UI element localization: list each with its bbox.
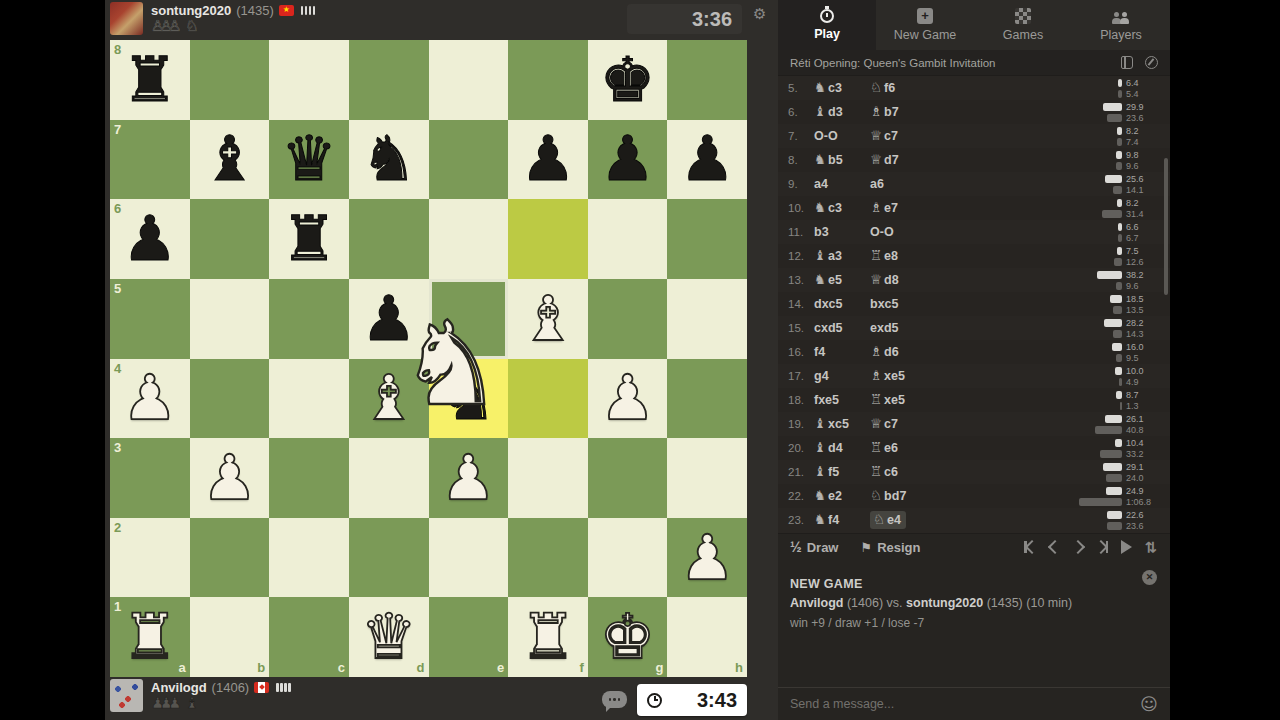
- file-label: g: [655, 660, 663, 675]
- move-text: bd7: [884, 489, 906, 503]
- square-h7[interactable]: ♟: [667, 120, 747, 200]
- white-move-link[interactable]: ♞c3: [814, 81, 842, 95]
- square-c4[interactable]: [269, 359, 349, 439]
- move-time: 6.7: [1126, 233, 1139, 243]
- square-f3[interactable]: [508, 438, 588, 518]
- square-d1[interactable]: ♛d: [349, 597, 429, 677]
- black-move: ♘bd7: [870, 489, 1000, 503]
- move-time: 38.2: [1126, 270, 1144, 280]
- white-move-link[interactable]: ♝xc5: [814, 417, 849, 431]
- black-move-link[interactable]: O-O: [870, 225, 894, 239]
- piece-figurine-icon: ♗: [870, 105, 882, 119]
- white-move: ♞f4: [814, 513, 870, 527]
- opening-book-icon[interactable]: [1121, 56, 1133, 69]
- square-b2[interactable]: [190, 518, 270, 598]
- square-c8[interactable]: [269, 40, 349, 120]
- tab-play[interactable]: Play: [778, 0, 876, 50]
- square-h8[interactable]: [667, 40, 747, 120]
- piece-figurine-icon: ♗: [870, 369, 882, 383]
- square-b5[interactable]: [190, 279, 270, 359]
- tab-games[interactable]: Games: [974, 0, 1072, 50]
- white-move-link[interactable]: ♝d3: [814, 105, 843, 119]
- move-text: e8: [884, 249, 898, 263]
- top-player-name[interactable]: sontung2020: [151, 3, 231, 18]
- white-move-link[interactable]: O-O: [814, 129, 838, 143]
- white-pawn[interactable]: ♟: [600, 367, 656, 429]
- black-pawn[interactable]: ♟: [520, 128, 576, 190]
- move-row: 19.♝xc5♕c726.140.8: [778, 412, 1170, 436]
- black-move-link[interactable]: ♘bd7: [870, 489, 906, 503]
- message-input[interactable]: Send a message...: [790, 697, 1140, 711]
- piece-figurine-icon: ♕: [870, 129, 882, 143]
- square-g3[interactable]: [588, 438, 668, 518]
- move-number: 18.: [788, 394, 814, 406]
- file-label: b: [257, 660, 265, 675]
- square-f1[interactable]: ♜f: [508, 597, 588, 677]
- square-a6[interactable]: ♟6: [110, 199, 190, 279]
- black-pawn[interactable]: ♟: [600, 128, 656, 190]
- black-move-link[interactable]: ♘f6: [870, 81, 895, 95]
- move-time-bar: [1103, 103, 1122, 111]
- piece-figurine-icon: ♖: [870, 393, 882, 407]
- square-d2[interactable]: [349, 518, 429, 598]
- white-queen[interactable]: ♛: [361, 606, 417, 668]
- move-time-bar: [1106, 487, 1122, 495]
- white-pawn[interactable]: ♟: [441, 447, 497, 509]
- square-d3[interactable]: [349, 438, 429, 518]
- move-text: f4: [814, 345, 825, 359]
- white-move-link[interactable]: b3: [814, 225, 829, 239]
- move-time: 14.3: [1126, 329, 1144, 339]
- square-g5[interactable]: [588, 279, 668, 359]
- white-move-link[interactable]: ♞c3: [814, 201, 842, 215]
- square-g4[interactable]: ♟: [588, 359, 668, 439]
- white-king[interactable]: ♚: [600, 606, 656, 668]
- white-move: ♝xc5: [814, 417, 870, 431]
- square-g8[interactable]: ♚: [588, 40, 668, 120]
- square-f7[interactable]: ♟: [508, 120, 588, 200]
- move-time: 8.2: [1126, 126, 1139, 136]
- move-row: 22.♞e2♘bd724.91:06.8: [778, 484, 1170, 508]
- new-game-heading: NEW GAME: [790, 575, 1158, 594]
- square-a4[interactable]: ♟4: [110, 359, 190, 439]
- black-move-link[interactable]: ♖e6: [870, 441, 898, 455]
- black-move-link[interactable]: ♖xe5: [870, 393, 905, 407]
- canada-flag-icon: [254, 682, 269, 693]
- square-d6[interactable]: [349, 199, 429, 279]
- piece-figurine-icon: ♘: [870, 489, 882, 503]
- move-time: 31.4: [1126, 209, 1144, 219]
- black-bishop[interactable]: ♝: [202, 128, 258, 190]
- square-d4[interactable]: ♝: [349, 359, 429, 439]
- white-pawn[interactable]: ♟: [202, 447, 258, 509]
- square-e3[interactable]: ♟: [429, 438, 509, 518]
- white-move: ♞e5: [814, 273, 870, 287]
- move-row: 18.fxe5♖xe58.71.3: [778, 388, 1170, 412]
- move-text: xc5: [828, 417, 849, 431]
- square-d5[interactable]: ♟: [349, 279, 429, 359]
- white-bishop[interactable]: ♝: [361, 367, 417, 429]
- move-text: f4: [828, 513, 839, 527]
- move-number: 10.: [788, 202, 814, 214]
- rank-label: 7: [114, 122, 121, 137]
- move-time-bar: [1118, 234, 1122, 242]
- bottom-player-name[interactable]: Anvilogd: [151, 680, 207, 695]
- black-rook[interactable]: ♜: [122, 49, 178, 111]
- square-e4[interactable]: ♞: [429, 359, 509, 439]
- square-f6[interactable]: [508, 199, 588, 279]
- go-to-end-button[interactable]: [1096, 541, 1109, 553]
- square-e6[interactable]: [429, 199, 509, 279]
- top-player-bar: sontung2020 (1435) ★ ♙♙♙♘: [110, 2, 315, 35]
- chat-disabled-icon[interactable]: ✕: [1142, 570, 1157, 585]
- move-row: 10.♞c3♗e78.231.4: [778, 196, 1170, 220]
- piece-figurine-icon: ♕: [870, 153, 882, 167]
- file-label: h: [735, 660, 743, 675]
- white-move: cxd5: [814, 321, 870, 335]
- move-time: 18.5: [1126, 294, 1144, 304]
- white-move-link[interactable]: ♞f4: [814, 513, 839, 527]
- square-b6[interactable]: [190, 199, 270, 279]
- move-time: 22.6: [1126, 510, 1144, 520]
- move-text: c7: [884, 129, 898, 143]
- white-move-link[interactable]: cxd5: [814, 321, 843, 335]
- black-rook[interactable]: ♜: [281, 208, 337, 270]
- move-time-bar: [1107, 522, 1122, 530]
- black-move-link[interactable]: ♖c6: [870, 465, 898, 479]
- move-text: a6: [870, 177, 884, 191]
- rank-label: 1: [114, 599, 121, 614]
- square-b3[interactable]: ♟: [190, 438, 270, 518]
- square-g7[interactable]: ♟: [588, 120, 668, 200]
- black-knight[interactable]: ♞: [361, 128, 417, 190]
- move-time: 16.0: [1126, 342, 1144, 352]
- move-time-bar: [1113, 306, 1122, 314]
- piece-figurine-icon: ♝: [814, 441, 826, 455]
- opening-row: Réti Opening: Queen's Gambit Invitation: [778, 50, 1170, 76]
- square-f8[interactable]: [508, 40, 588, 120]
- square-g1[interactable]: ♚g: [588, 597, 668, 677]
- move-time: 40.8: [1126, 425, 1144, 435]
- move-row: 16.f4♗d616.09.5: [778, 340, 1170, 364]
- white-move: a4: [814, 177, 870, 191]
- black-move-link[interactable]: ♕d8: [870, 273, 899, 287]
- black-move: ♖e6: [870, 441, 1000, 455]
- black-move-link[interactable]: exd5: [870, 321, 899, 335]
- move-time-bar: [1117, 247, 1122, 255]
- plus-square-icon: +: [917, 8, 933, 24]
- black-move-link[interactable]: bxc5: [870, 297, 899, 311]
- resign-button[interactable]: ⚑ Resign: [860, 540, 920, 555]
- move-text: a3: [828, 249, 842, 263]
- move-time-bar: [1115, 439, 1122, 447]
- square-e5[interactable]: [429, 279, 509, 359]
- move-text: g4: [814, 369, 829, 383]
- message-bar: Send a message... ☺: [778, 687, 1170, 720]
- bottom-player-bar: Anvilogd (1406) ♟♟♟♝: [110, 679, 291, 712]
- white-move: g4: [814, 369, 870, 383]
- current-move[interactable]: ♘e4: [870, 511, 906, 529]
- black-king[interactable]: ♚: [600, 49, 656, 111]
- square-a7[interactable]: 7: [110, 120, 190, 200]
- white-move-link[interactable]: ♝a3: [814, 249, 842, 263]
- move-time-bar: [1117, 127, 1122, 135]
- move-text: d4: [828, 441, 843, 455]
- white-move: ♞b5: [814, 153, 870, 167]
- move-text: O-O: [870, 225, 894, 239]
- move-time-bar: [1116, 162, 1122, 170]
- move-time-bar: [1105, 415, 1122, 423]
- white-pawn[interactable]: ♟: [122, 367, 178, 429]
- move-time: 9.8: [1126, 150, 1139, 160]
- next-move-button[interactable]: [1073, 542, 1083, 552]
- move-text: f5: [828, 465, 839, 479]
- square-e2[interactable]: [429, 518, 509, 598]
- move-text: e6: [884, 441, 898, 455]
- square-a2[interactable]: 2: [110, 518, 190, 598]
- move-text: c6: [884, 465, 898, 479]
- square-a1[interactable]: ♜1a: [110, 597, 190, 677]
- white-move-link[interactable]: ♞b5: [814, 153, 843, 167]
- black-pawn[interactable]: ♟: [361, 288, 417, 350]
- piece-figurine-icon: ♝: [814, 417, 826, 431]
- piece-figurine-icon: ♗: [870, 201, 882, 215]
- black-pawn[interactable]: ♟: [122, 208, 178, 270]
- move-number: 22.: [788, 490, 814, 502]
- black-move: ♘e4: [870, 511, 1000, 529]
- move-text: fxe5: [814, 393, 839, 407]
- black-move-link[interactable]: ♕c7: [870, 417, 898, 431]
- move-time: 12.6: [1126, 257, 1144, 267]
- square-c1[interactable]: c: [269, 597, 349, 677]
- white-move: ♞c3: [814, 81, 870, 95]
- square-h1[interactable]: h: [667, 597, 747, 677]
- move-text: xe5: [884, 393, 905, 407]
- move-time-bar: [1117, 138, 1122, 146]
- square-b4[interactable]: [190, 359, 270, 439]
- move-number: 15.: [788, 322, 814, 334]
- move-time-bar: [1105, 175, 1122, 183]
- game-controls: ½ Draw ⚑ Resign ⇄: [778, 533, 1170, 560]
- bottom-player-avatar[interactable]: [110, 679, 143, 712]
- square-g6[interactable]: [588, 199, 668, 279]
- white-move-link[interactable]: g4: [814, 369, 829, 383]
- white-move: b3: [814, 225, 870, 239]
- white-move: f4: [814, 345, 870, 359]
- side-panel: Play + New Game Games Players Réti Openi…: [778, 0, 1170, 720]
- move-text: bxc5: [870, 297, 899, 311]
- square-b1[interactable]: b: [190, 597, 270, 677]
- black-knight[interactable]: ♞: [441, 367, 497, 429]
- black-move-link[interactable]: ♗b7: [870, 105, 899, 119]
- flip-board-icon[interactable]: ⇄: [1143, 541, 1161, 554]
- move-time-bar: [1110, 295, 1122, 303]
- move-time-bar: [1113, 186, 1122, 194]
- square-f4[interactable]: [508, 359, 588, 439]
- move-row: 20.♝d4♖e610.433.2: [778, 436, 1170, 460]
- piece-figurine-icon: ♘: [873, 513, 885, 527]
- black-move: exd5: [870, 321, 1000, 335]
- go-to-start-button[interactable]: [1024, 541, 1037, 553]
- move-text: e5: [828, 273, 842, 287]
- black-move-link[interactable]: ♗d6: [870, 345, 899, 359]
- piece-figurine-icon: ♞: [814, 489, 826, 503]
- explorer-compass-icon[interactable]: [1145, 56, 1158, 69]
- black-clock: 3:36: [627, 4, 742, 34]
- matchup-line: Anvilogd (1406) vs. sontung2020 (1435) (…: [790, 594, 1158, 613]
- square-b8[interactable]: [190, 40, 270, 120]
- move-number: 11.: [788, 226, 814, 238]
- captured-black-pieces: ♟♟♟♝: [151, 696, 291, 712]
- move-time: 6.4: [1126, 78, 1139, 88]
- move-time: 8.7: [1126, 390, 1139, 400]
- piece-figurine-icon: ♖: [870, 465, 882, 479]
- black-queen[interactable]: ♛: [281, 128, 337, 190]
- white-rook[interactable]: ♜: [520, 606, 576, 668]
- square-d8[interactable]: [349, 40, 429, 120]
- black-move: ♗xe5: [870, 369, 1000, 383]
- move-text: dxc5: [814, 297, 843, 311]
- black-move-link[interactable]: ♗xe5: [870, 369, 905, 383]
- gear-icon[interactable]: ⚙: [753, 5, 766, 23]
- white-move-link[interactable]: ♞e5: [814, 273, 842, 287]
- square-a5[interactable]: 5: [110, 279, 190, 359]
- move-text: d6: [884, 345, 899, 359]
- move-number: 23.: [788, 514, 814, 526]
- move-time: 23.6: [1126, 521, 1144, 531]
- move-time: 6.6: [1126, 222, 1139, 232]
- move-time: 5.4: [1126, 89, 1139, 99]
- piece-figurine-icon: ♗: [870, 345, 882, 359]
- square-c2[interactable]: [269, 518, 349, 598]
- black-move-link[interactable]: ♕d7: [870, 153, 899, 167]
- move-time-bar: [1079, 498, 1122, 506]
- move-time-bar: [1107, 114, 1122, 122]
- square-h3[interactable]: [667, 438, 747, 518]
- move-row: 21.♝f5♖c629.124.0: [778, 460, 1170, 484]
- tab-players[interactable]: Players: [1072, 0, 1170, 50]
- square-e8[interactable]: [429, 40, 509, 120]
- move-time: 10.0: [1126, 366, 1144, 376]
- square-g2[interactable]: [588, 518, 668, 598]
- move-time: 29.9: [1126, 102, 1144, 112]
- move-time: 9.6: [1126, 281, 1139, 291]
- white-move-link[interactable]: dxc5: [814, 297, 843, 311]
- white-bishop[interactable]: ♝: [520, 288, 576, 350]
- square-e1[interactable]: e: [429, 597, 509, 677]
- black-move-link[interactable]: a6: [870, 177, 884, 191]
- square-h5[interactable]: [667, 279, 747, 359]
- move-number: 5.: [788, 82, 814, 94]
- tab-bar: Play + New Game Games Players: [778, 0, 1170, 50]
- move-text: c3: [828, 81, 842, 95]
- square-e7[interactable]: [429, 120, 509, 200]
- white-move: fxe5: [814, 393, 870, 407]
- move-time: 1:06.8: [1126, 497, 1151, 507]
- black-move-link[interactable]: ♗e7: [870, 201, 898, 215]
- black-move: ♕c7: [870, 417, 1000, 431]
- move-row: 23.♞f4♘e422.623.6: [778, 508, 1170, 532]
- white-move-link[interactable]: a4: [814, 177, 828, 191]
- file-label: f: [579, 660, 583, 675]
- move-list-scrollbar[interactable]: [1164, 158, 1168, 295]
- black-move-link[interactable]: ♖e8: [870, 249, 898, 263]
- vietnam-flag-icon: ★: [279, 5, 294, 16]
- square-d7[interactable]: ♞: [349, 120, 429, 200]
- opening-name: Réti Opening: Queen's Gambit Invitation: [790, 57, 1121, 69]
- move-time-bar: [1095, 426, 1122, 434]
- move-time-bar: [1116, 151, 1122, 159]
- black-pawn[interactable]: ♟: [679, 128, 735, 190]
- white-move-link[interactable]: fxe5: [814, 393, 839, 407]
- square-h4[interactable]: [667, 359, 747, 439]
- square-h2[interactable]: ♟: [667, 518, 747, 598]
- clock-icon: [647, 693, 662, 708]
- square-c6[interactable]: ♜: [269, 199, 349, 279]
- white-move: O-O: [814, 129, 870, 143]
- move-number: 16.: [788, 346, 814, 358]
- square-f2[interactable]: [508, 518, 588, 598]
- move-text: cxd5: [814, 321, 843, 335]
- move-number: 12.: [788, 250, 814, 262]
- square-a8[interactable]: ♜8: [110, 40, 190, 120]
- move-time: 8.2: [1126, 198, 1139, 208]
- square-c3[interactable]: [269, 438, 349, 518]
- square-h6[interactable]: [667, 199, 747, 279]
- rank-label: 5: [114, 281, 121, 296]
- white-rook[interactable]: ♜: [122, 606, 178, 668]
- rank-label: 8: [114, 42, 121, 57]
- move-time-bar: [1106, 474, 1122, 482]
- square-f5[interactable]: ♝: [508, 279, 588, 359]
- draw-button[interactable]: ½ Draw: [790, 539, 838, 555]
- piece-figurine-icon: ♝: [814, 465, 826, 479]
- move-time: 26.1: [1126, 414, 1144, 424]
- piece-figurine-icon: ♞: [814, 273, 826, 287]
- move-list: 5.♞c3♘f66.45.46.♝d3♗b729.923.67.O-O♕c78.…: [778, 76, 1170, 533]
- move-text: exd5: [870, 321, 899, 335]
- white-move-link[interactable]: f4: [814, 345, 825, 359]
- quick-chat-icon[interactable]: [602, 691, 627, 708]
- checkerboard-icon: [1015, 8, 1031, 24]
- move-time: 28.2: [1126, 318, 1144, 328]
- move-time: 1.3: [1126, 401, 1139, 411]
- white-move: dxc5: [814, 297, 870, 311]
- autoplay-button[interactable]: [1121, 540, 1132, 554]
- square-c7[interactable]: ♛: [269, 120, 349, 200]
- black-move-link[interactable]: ♕c7: [870, 129, 898, 143]
- white-pawn[interactable]: ♟: [679, 527, 735, 589]
- move-time-bar: [1112, 343, 1122, 351]
- move-time: 24.9: [1126, 486, 1144, 496]
- move-text: O-O: [814, 129, 838, 143]
- file-label: d: [417, 660, 425, 675]
- move-time: 33.2: [1126, 449, 1144, 459]
- square-c5[interactable]: [269, 279, 349, 359]
- chess-board[interactable]: ♜8♚7♝♛♞♟♟♟♟6♜5♟♝♟4♝♞♟3♟♟2♟♜1abc♛de♜f♚gh: [110, 40, 747, 677]
- top-player-avatar[interactable]: [110, 2, 143, 35]
- black-move: ♗d6: [870, 345, 1000, 359]
- square-a3[interactable]: 3: [110, 438, 190, 518]
- white-move-link[interactable]: ♞e2: [814, 489, 842, 503]
- white-move-link[interactable]: ♝f5: [814, 465, 839, 479]
- square-b7[interactable]: ♝: [190, 120, 270, 200]
- previous-move-button[interactable]: [1050, 542, 1060, 552]
- white-move-link[interactable]: ♝d4: [814, 441, 843, 455]
- tab-new-game[interactable]: + New Game: [876, 0, 974, 50]
- emoji-icon[interactable]: ☺: [1140, 694, 1158, 714]
- rating-stakes-line: win +9 / draw +1 / lose -7: [790, 614, 1158, 633]
